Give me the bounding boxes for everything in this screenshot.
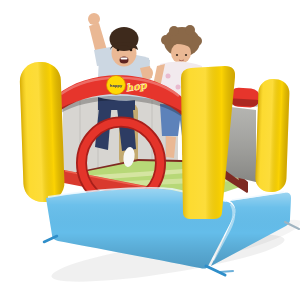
boy-fist (88, 13, 100, 25)
boy-eye-left (117, 49, 120, 52)
boy-teeth (121, 58, 128, 60)
logo-badge-text: happy (110, 83, 123, 88)
back-right-pillar (255, 79, 290, 193)
scene: happy hop (0, 0, 300, 300)
front-left-pillar (19, 61, 65, 202)
product-photo-bounce-house: happy hop (0, 0, 300, 300)
girl-eye-left (176, 54, 178, 56)
boy-hand (143, 67, 153, 79)
boy-eye-right (130, 49, 133, 52)
girl-eye-right (185, 54, 187, 56)
